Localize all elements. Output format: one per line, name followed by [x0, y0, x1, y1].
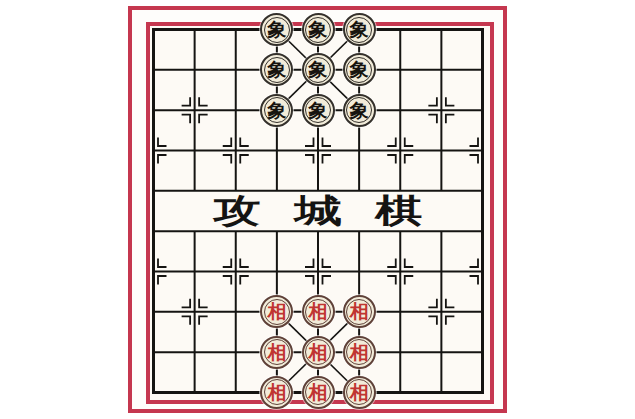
- piece-black-elephant[interactable]: 象: [260, 13, 293, 46]
- piece-glyph: 相: [309, 343, 328, 362]
- piece-glyph: 相: [350, 383, 369, 402]
- piece-glyph: 相: [267, 343, 286, 362]
- piece-black-elephant[interactable]: 象: [260, 94, 293, 127]
- piece-glyph: 象: [267, 101, 286, 120]
- piece-black-elephant[interactable]: 象: [343, 13, 376, 46]
- piece-glyph: 相: [267, 302, 286, 321]
- piece-glyph: 象: [350, 20, 369, 39]
- piece-red-elephant[interactable]: 相: [343, 336, 376, 369]
- piece-red-elephant[interactable]: 相: [302, 295, 335, 328]
- piece-red-elephant[interactable]: 相: [302, 336, 335, 369]
- piece-black-elephant[interactable]: 象: [302, 94, 335, 127]
- piece-black-elephant[interactable]: 象: [302, 13, 335, 46]
- piece-glyph: 象: [309, 20, 328, 39]
- pieces-grid: 象象象象象象象象象相相相相相相相相相: [133, 9, 503, 412]
- piece-glyph: 相: [309, 383, 328, 402]
- piece-red-elephant[interactable]: 相: [343, 295, 376, 328]
- piece-glyph: 象: [267, 20, 286, 39]
- piece-red-elephant[interactable]: 相: [260, 336, 293, 369]
- piece-black-elephant[interactable]: 象: [343, 94, 376, 127]
- board: 攻城棋 象象象象象象象象象相相相相相相相相相: [152, 28, 484, 394]
- piece-black-elephant[interactable]: 象: [343, 53, 376, 86]
- piece-glyph: 相: [267, 383, 286, 402]
- piece-glyph: 相: [350, 343, 369, 362]
- piece-glyph: 相: [350, 302, 369, 321]
- piece-glyph: 象: [309, 101, 328, 120]
- xiangqi-diagram: 攻城棋 象象象象象象象象象相相相相相相相相相: [0, 0, 635, 419]
- piece-red-elephant[interactable]: 相: [260, 376, 293, 409]
- piece-glyph: 相: [309, 302, 328, 321]
- piece-glyph: 象: [267, 60, 286, 79]
- piece-black-elephant[interactable]: 象: [260, 53, 293, 86]
- piece-glyph: 象: [350, 60, 369, 79]
- piece-glyph: 象: [350, 101, 369, 120]
- piece-red-elephant[interactable]: 相: [302, 376, 335, 409]
- piece-glyph: 象: [309, 60, 328, 79]
- piece-red-elephant[interactable]: 相: [260, 295, 293, 328]
- piece-black-elephant[interactable]: 象: [302, 53, 335, 86]
- piece-red-elephant[interactable]: 相: [343, 376, 376, 409]
